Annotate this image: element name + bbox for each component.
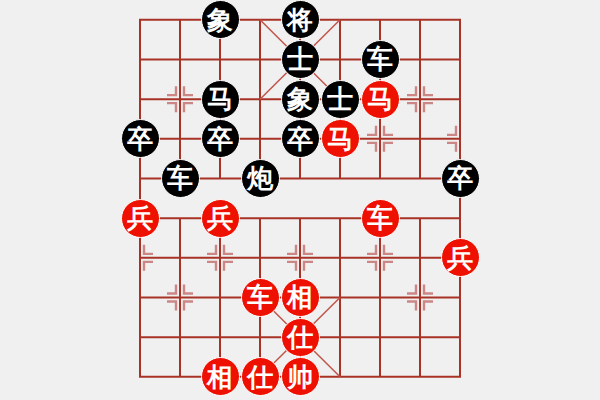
piece-red-pawn[interactable]: 兵 — [121, 199, 160, 238]
piece-red-pawn[interactable]: 兵 — [201, 199, 240, 238]
piece-red-general[interactable]: 帅 — [281, 357, 320, 396]
piece-red-horse[interactable]: 马 — [361, 80, 400, 119]
piece-black-cannon[interactable]: 炮 — [241, 159, 280, 198]
piece-red-elephant[interactable]: 相 — [201, 357, 240, 396]
piece-layer: 象将士车马象士马卒卒卒马车炮卒兵兵车兵车相仕相仕帅 — [120, 0, 480, 397]
piece-black-elephant[interactable]: 象 — [201, 0, 240, 39]
piece-red-advisor[interactable]: 仕 — [241, 357, 280, 396]
piece-red-elephant[interactable]: 相 — [281, 278, 320, 317]
piece-black-pawn[interactable]: 卒 — [441, 159, 480, 198]
piece-red-horse[interactable]: 马 — [321, 119, 360, 158]
piece-black-advisor[interactable]: 士 — [321, 80, 360, 119]
xiangqi-app: 象将士车马象士马卒卒卒马车炮卒兵兵车兵车相仕相仕帅 — [0, 0, 600, 400]
piece-red-advisor[interactable]: 仕 — [281, 318, 320, 357]
piece-black-pawn[interactable]: 卒 — [121, 119, 160, 158]
piece-red-chariot[interactable]: 车 — [241, 278, 280, 317]
piece-black-elephant[interactable]: 象 — [281, 80, 320, 119]
piece-black-chariot[interactable]: 车 — [161, 159, 200, 198]
piece-black-pawn[interactable]: 卒 — [281, 119, 320, 158]
piece-black-chariot[interactable]: 车 — [361, 40, 400, 79]
xiangqi-board[interactable]: 象将士车马象士马卒卒卒马车炮卒兵兵车兵车相仕相仕帅 — [0, 0, 600, 400]
piece-black-general[interactable]: 将 — [281, 0, 320, 39]
piece-black-pawn[interactable]: 卒 — [201, 119, 240, 158]
piece-black-advisor[interactable]: 士 — [281, 40, 320, 79]
piece-red-chariot[interactable]: 车 — [361, 199, 400, 238]
piece-black-horse[interactable]: 马 — [201, 80, 240, 119]
piece-red-pawn[interactable]: 兵 — [441, 238, 480, 277]
